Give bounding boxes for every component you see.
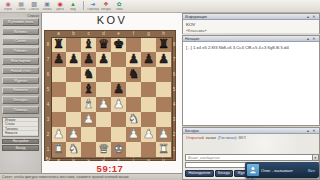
image-icon: ▲: [70, 1, 76, 8]
rank-label: 5: [171, 82, 177, 97]
square-h5[interactable]: [156, 82, 171, 97]
square-f5[interactable]: [126, 82, 141, 97]
channel-segment: канал: [206, 136, 216, 140]
pieces-icon: ❖: [103, 1, 108, 8]
piece-black-pawn[interactable]: ♟: [158, 52, 169, 67]
board-panel: KOV abcdefgh8♜♝♛♚♜87♟♟♟♟♟♟♟76♞♞65♝♟54♝♟♟…: [42, 13, 182, 173]
file-label: e: [111, 157, 126, 163]
square-e1[interactable]: ♚: [111, 142, 126, 157]
square-g3[interactable]: [141, 112, 156, 127]
file-label: g: [141, 157, 156, 163]
square-f2[interactable]: ♟: [126, 127, 141, 142]
toolbar-go-button[interactable]: ➔Переход: [87, 1, 99, 12]
square-b2[interactable]: ♟: [66, 127, 81, 142]
player-name-title: KOV: [42, 14, 182, 26]
piece-white-rook[interactable]: ♜: [53, 142, 64, 157]
go-icon: ➔: [90, 1, 95, 8]
square-f3[interactable]: ♞: [126, 112, 141, 127]
square-c5[interactable]: ♝: [81, 82, 96, 97]
chess-app-window: ◉Игрок▦Столы▥Список▣Запись◉Цвета▲Вид➔Пер…: [0, 0, 320, 180]
rank-label: 6: [171, 67, 177, 82]
close-icon[interactable]: ✕: [311, 14, 317, 19]
square-b3[interactable]: [66, 112, 81, 127]
sidebar-button-6[interactable]: Новый стол: [2, 67, 39, 75]
chat-panel-title: Беседка: [185, 129, 305, 133]
square-b8[interactable]: [66, 37, 81, 52]
square-h4[interactable]: [156, 97, 171, 112]
channel-segment: Открытый: [186, 136, 204, 140]
piece-white-queen[interactable]: ♛: [98, 142, 109, 157]
chat-input-placeholder: Ваше_сообщение: [188, 156, 220, 160]
file-label: f: [126, 157, 141, 163]
toolbar-separator: [83, 1, 84, 10]
square-f7[interactable]: ♟: [126, 52, 141, 67]
colors-icon: ◉: [57, 1, 62, 8]
piece-black-pawn[interactable]: ♟: [128, 52, 139, 67]
sidebar-button-8[interactable]: Комнаты: [2, 87, 39, 95]
toolbar-label: Цвета: [56, 8, 64, 11]
square-e8[interactable]: ♚: [111, 37, 126, 52]
square-a5[interactable]: [51, 82, 66, 97]
square-b7[interactable]: ♟: [66, 52, 81, 67]
square-c4[interactable]: ♝: [81, 97, 96, 112]
chat-button-1[interactable]: Наблюдатели: [185, 170, 214, 177]
piece-black-knight[interactable]: ♞: [83, 67, 94, 82]
square-h8[interactable]: ♜: [156, 37, 171, 52]
square-c8[interactable]: ♝: [81, 37, 96, 52]
square-e2[interactable]: [111, 127, 126, 142]
square-f8[interactable]: [126, 37, 141, 52]
square-e4[interactable]: ♟: [111, 97, 126, 112]
sidebar-list-item[interactable]: Новости: [3, 131, 38, 136]
toolbar: ◉Игрок▦Столы▥Список▣Запись◉Цвета▲Вид➔Пер…: [0, 0, 320, 13]
square-e3[interactable]: [111, 112, 126, 127]
square-f1[interactable]: [126, 142, 141, 157]
notation-panel: Нотация ▴ ✕ [...] 1.e4 e5 2.Кf3 Кb8-c6 3…: [182, 35, 320, 126]
square-d8[interactable]: ♛: [96, 37, 111, 52]
piece-white-pawn[interactable]: ♟: [113, 97, 124, 112]
sidebar-footer: НастройкиВыход: [2, 139, 39, 151]
sidebar-footer-button[interactable]: Выход: [2, 145, 39, 151]
toolbar-label: Переход: [87, 8, 99, 11]
square-g7[interactable]: ♟: [141, 52, 156, 67]
rank-label: 2: [171, 127, 177, 142]
piece-black-pawn[interactable]: ♟: [98, 52, 109, 67]
board-corner: [171, 157, 177, 163]
save-icon: ▣: [44, 1, 50, 8]
chat-button-2[interactable]: Беседа: [215, 170, 233, 177]
chess-board: abcdefgh8♜♝♛♚♜87♟♟♟♟♟♟♟76♞♞65♝♟54♝♟♟43♟♞…: [44, 30, 176, 161]
toolbar-label: Список: [29, 8, 39, 11]
square-h1[interactable]: ♜: [156, 142, 171, 157]
piece-black-bishop[interactable]: ♝: [83, 37, 94, 52]
sidebar-button-7[interactable]: Журнал: [2, 77, 39, 85]
square-a8[interactable]: ♜: [51, 37, 66, 52]
piece-black-pawn[interactable]: ♟: [53, 52, 64, 67]
toolbar-label: Игрок: [4, 8, 12, 11]
chat-message-input[interactable]: Ваше_сообщение ▾: [185, 154, 319, 161]
piece-white-pawn[interactable]: ♟: [53, 127, 64, 142]
piece-black-queen[interactable]: ♛: [98, 37, 109, 52]
toast-text: Олег - вызывает: [261, 168, 306, 173]
toast-accept-button[interactable]: Вкл: [306, 168, 317, 173]
sidebar-button-1[interactable]: В режиме зала: [2, 18, 39, 26]
right-panels: Информация ▴ ✕ KOV «Классика» Нотация ▴ …: [182, 13, 320, 180]
square-c6[interactable]: ♞: [81, 67, 96, 82]
challenge-toast[interactable]: Олег - вызывает Вкл: [245, 162, 319, 178]
info-panel-title: Информация: [185, 15, 305, 19]
toolbar-label: Вид: [70, 8, 75, 11]
toolbar-pieces-button[interactable]: ❖Фигуры: [100, 1, 112, 12]
file-label: a: [51, 157, 66, 163]
square-g2[interactable]: ♟: [141, 127, 156, 142]
square-d4[interactable]: ♟: [96, 97, 111, 112]
square-d5[interactable]: [96, 82, 111, 97]
toolbar-label: Запись: [42, 8, 52, 11]
piece-white-pawn[interactable]: ♟: [83, 112, 94, 127]
piece-black-bishop[interactable]: ♝: [83, 82, 94, 97]
square-a6[interactable]: [51, 67, 66, 82]
piece-white-king[interactable]: ♚: [113, 142, 124, 157]
move-list[interactable]: [...] 1.e4 e5 2.Кf3 Кb8-c6 3.Сc4 Сf8-c5 …: [183, 42, 319, 53]
square-c3[interactable]: ♟: [81, 112, 96, 127]
sidebar-list: ИгрокиСтолыТурнирыНовости: [2, 117, 39, 137]
piece-white-pawn[interactable]: ♟: [128, 127, 139, 142]
square-c1[interactable]: [81, 142, 96, 157]
toolbar-label: Столы: [16, 8, 25, 11]
piece-white-pawn[interactable]: ♟: [143, 127, 154, 142]
toolbar-label: Темы: [115, 8, 123, 11]
square-e5[interactable]: ♟: [111, 82, 126, 97]
piece-black-pawn[interactable]: ♟: [113, 82, 124, 97]
square-a2[interactable]: ♟: [51, 127, 66, 142]
rank-label: 4: [171, 97, 177, 112]
piece-white-pawn[interactable]: ♟: [68, 127, 79, 142]
rank-label: 3: [171, 112, 177, 127]
piece-black-rook[interactable]: ♜: [53, 37, 64, 52]
sidebar-button-9[interactable]: Беседка: [2, 96, 39, 104]
profile-icon: ◉: [5, 1, 10, 8]
piece-white-rook[interactable]: ♜: [158, 142, 169, 157]
close-icon[interactable]: ✕: [311, 128, 317, 133]
sidebar-footer-button[interactable]: Настройки: [2, 139, 39, 145]
piece-black-knight[interactable]: ♞: [128, 67, 139, 82]
sidebar-button-3[interactable]: Салон: [2, 38, 39, 46]
sidebar-button-10[interactable]: Помощь: [2, 106, 39, 114]
info-player-name: KOV: [183, 20, 319, 27]
rank-label: 8: [171, 37, 177, 52]
piece-black-rook[interactable]: ♜: [158, 37, 169, 52]
square-g1[interactable]: [141, 142, 156, 157]
piece-black-pawn[interactable]: ♟: [68, 52, 79, 67]
square-d6[interactable]: [96, 67, 111, 82]
channel-segment[interactable]: (Гостиная): [218, 136, 236, 140]
square-b4[interactable]: [66, 97, 81, 112]
themes-icon: ✿: [116, 1, 121, 8]
toolbar-label: Фигуры: [101, 8, 111, 11]
sidebar-button-4[interactable]: Рейтинг: [2, 47, 39, 55]
square-a7[interactable]: ♟: [51, 52, 66, 67]
sidebar-buttons: В режиме залаВызовыСалонРейтингМои парти…: [0, 18, 41, 114]
piece-black-pawn[interactable]: ♟: [83, 52, 94, 67]
square-e7[interactable]: [111, 52, 126, 67]
close-icon[interactable]: ✕: [311, 36, 317, 41]
square-f6[interactable]: ♞: [126, 67, 141, 82]
sidebar: Список В режиме залаВызовыСалонРейтингМо…: [0, 13, 42, 180]
person-icon: [247, 164, 259, 176]
sidebar-button-5[interactable]: Мои партии: [2, 57, 39, 65]
toolbar-list-button[interactable]: ▥Список: [28, 1, 40, 12]
square-f4[interactable]: [126, 97, 141, 112]
square-h2[interactable]: ♟: [156, 127, 171, 142]
square-c7[interactable]: ♟: [81, 52, 96, 67]
square-h6[interactable]: [156, 67, 171, 82]
chevron-down-icon[interactable]: ▾: [312, 155, 318, 160]
toolbar-tables-button[interactable]: ▦Столы: [15, 1, 27, 12]
toolbar-colors-button[interactable]: ◉Цвета: [54, 1, 66, 12]
file-label: b: [66, 157, 81, 163]
square-d1[interactable]: ♛: [96, 142, 111, 157]
file-label: h: [156, 157, 171, 163]
piece-white-pawn[interactable]: ♟: [158, 127, 169, 142]
square-g5[interactable]: [141, 82, 156, 97]
piece-black-king[interactable]: ♚: [113, 37, 124, 52]
toolbar-themes-button[interactable]: ✿Темы: [113, 1, 125, 12]
square-g6[interactable]: [141, 67, 156, 82]
toolbar-save-button[interactable]: ▣Запись: [41, 1, 53, 12]
square-a4[interactable]: [51, 97, 66, 112]
rank-label: 7: [171, 52, 177, 67]
square-e6[interactable]: [111, 67, 126, 82]
status-bar: Совет: чтобы фигуры поменялись местами, …: [0, 173, 182, 180]
rank-label: 1: [171, 142, 177, 157]
square-a1[interactable]: ♜: [51, 142, 66, 157]
square-b6[interactable]: [66, 67, 81, 82]
file-label: d: [96, 157, 111, 163]
notation-panel-title: Нотация: [185, 37, 305, 41]
piece-white-knight[interactable]: ♞: [68, 142, 79, 157]
list-icon: ▥: [31, 1, 37, 8]
tables-icon: ▦: [18, 1, 24, 8]
piece-black-pawn[interactable]: ♟: [143, 52, 154, 67]
piece-white-bishop[interactable]: ♝: [83, 97, 94, 112]
info-panel: Информация ▴ ✕ KOV «Классика»: [182, 13, 320, 34]
channel-line: Открытыйканал(Гостиная)ВКЛ: [183, 134, 319, 140]
square-g4[interactable]: [141, 97, 156, 112]
toolbar-image-button[interactable]: ▲Вид: [67, 1, 79, 12]
square-c2[interactable]: [81, 127, 96, 142]
file-label: c: [81, 157, 96, 163]
channel-segment: ВКЛ: [239, 136, 246, 140]
sidebar-button-2[interactable]: Вызовы: [2, 28, 39, 36]
square-b1[interactable]: ♞: [66, 142, 81, 157]
piece-white-pawn[interactable]: ♟: [98, 97, 109, 112]
info-game-type: «Классика»: [183, 27, 319, 34]
piece-white-knight[interactable]: ♞: [128, 112, 139, 127]
square-h3[interactable]: [156, 112, 171, 127]
square-h7[interactable]: ♟: [156, 52, 171, 67]
square-d3[interactable]: [96, 112, 111, 127]
square-b5[interactable]: [66, 82, 81, 97]
square-g8[interactable]: [141, 37, 156, 52]
toolbar-profile-button[interactable]: ◉Игрок: [2, 1, 14, 12]
square-d2[interactable]: [96, 127, 111, 142]
square-a3[interactable]: [51, 112, 66, 127]
square-d7[interactable]: ♟: [96, 52, 111, 67]
